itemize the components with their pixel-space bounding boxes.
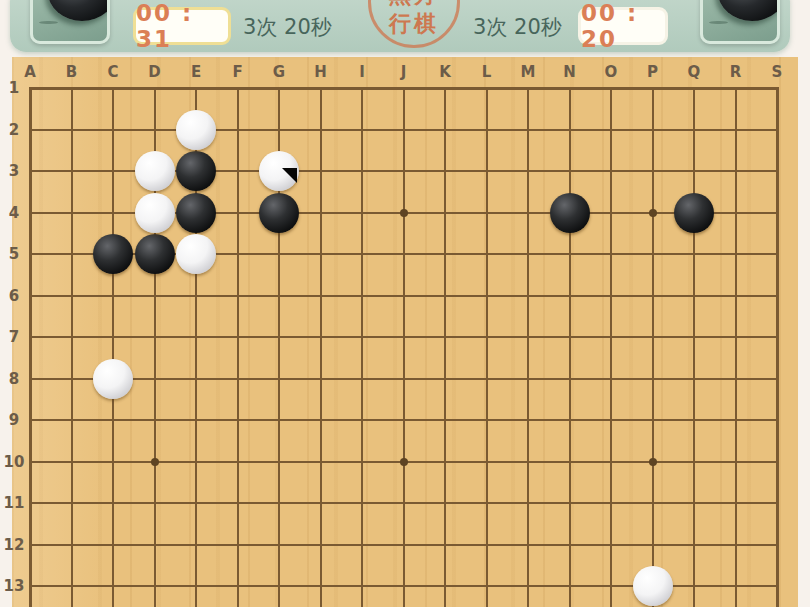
- left-byoyomi-label: 3次 20秒: [243, 13, 332, 41]
- col-label-H: H: [314, 63, 327, 81]
- grid-vline-K: [444, 88, 446, 607]
- row-label-11: 11: [0, 494, 29, 512]
- grid-vline-P: [652, 88, 654, 607]
- col-label-I: I: [359, 63, 365, 81]
- row-label-7: 7: [0, 328, 29, 346]
- col-label-Q: Q: [688, 63, 701, 81]
- grid-hline-7: [29, 336, 779, 338]
- star-point-J10: [400, 458, 408, 466]
- col-label-C: C: [107, 63, 118, 81]
- player-info-bar: 00 : 31 3次 20秒 黑方 行棋 3次 20秒 00 : 20: [10, 0, 790, 52]
- grid-hline-2: [29, 129, 779, 131]
- row-label-2: 2: [0, 121, 29, 139]
- grid-vline-C: [112, 88, 114, 607]
- star-point-D10: [151, 458, 159, 466]
- row-label-13: 13: [0, 577, 29, 595]
- grid-vline-I: [361, 88, 363, 607]
- col-label-M: M: [521, 63, 536, 81]
- grid-vline-B: [71, 88, 73, 607]
- grid-vline-H: [320, 88, 322, 607]
- star-point-P4: [649, 209, 657, 217]
- star-point-J4: [400, 209, 408, 217]
- last-move-marker: [282, 168, 297, 183]
- turn-stamp: 黑方 行棋: [368, 0, 460, 48]
- stone-black-D5: [135, 234, 175, 274]
- col-label-D: D: [148, 63, 160, 81]
- grid-hline-1: [29, 87, 779, 90]
- stone-white-D3: [135, 151, 175, 191]
- col-label-K: K: [439, 63, 451, 81]
- stone-black-E3: [176, 151, 216, 191]
- grid-vline-S: [776, 88, 779, 607]
- stone-shadow: [39, 21, 58, 25]
- stone-black-Q4: [674, 193, 714, 233]
- grid-hline-12: [29, 544, 779, 546]
- col-label-B: B: [66, 63, 77, 81]
- grid-hline-8: [29, 378, 779, 380]
- row-label-12: 12: [0, 536, 29, 554]
- go-board[interactable]: ABCDEFGHIJKLMNOPQRS12345678910111213: [12, 57, 798, 607]
- grid-vline-J: [403, 88, 405, 607]
- star-point-P10: [649, 458, 657, 466]
- black-stone-icon: [718, 0, 780, 21]
- stone-shadow: [709, 21, 728, 25]
- col-label-O: O: [605, 63, 618, 81]
- row-label-5: 5: [0, 245, 29, 263]
- stone-white-D4: [135, 193, 175, 233]
- grid-vline-L: [486, 88, 488, 607]
- grid-vline-R: [735, 88, 737, 607]
- row-label-10: 10: [0, 453, 29, 471]
- row-label-6: 6: [0, 287, 29, 305]
- grid-vline-O: [610, 88, 612, 607]
- stone-white-G3: [259, 151, 299, 191]
- grid-hline-11: [29, 502, 779, 504]
- stone-white-E2: [176, 110, 216, 150]
- black-stone-icon: [48, 0, 110, 21]
- col-label-N: N: [563, 63, 576, 81]
- stone-white-P13: [633, 566, 673, 606]
- grid-vline-F: [237, 88, 239, 607]
- row-label-4: 4: [0, 204, 29, 222]
- stone-black-N4: [550, 193, 590, 233]
- grid-vline-Q: [693, 88, 695, 607]
- grid-vline-N: [569, 88, 571, 607]
- col-label-E: E: [191, 63, 201, 81]
- right-player-avatar[interactable]: [700, 0, 780, 44]
- grid-vline-M: [527, 88, 529, 607]
- grid-hline-6: [29, 295, 779, 297]
- col-label-L: L: [482, 63, 492, 81]
- grid-hline-9: [29, 419, 779, 421]
- col-label-R: R: [730, 63, 742, 81]
- stamp-line-2: 行棋: [371, 9, 457, 39]
- stone-white-C8: [93, 359, 133, 399]
- stone-black-C5: [93, 234, 133, 274]
- col-label-G: G: [273, 63, 285, 81]
- col-label-J: J: [401, 63, 407, 81]
- col-label-S: S: [772, 63, 783, 81]
- stone-black-G4: [259, 193, 299, 233]
- row-label-8: 8: [0, 370, 29, 388]
- row-label-9: 9: [0, 411, 29, 429]
- col-label-F: F: [232, 63, 242, 81]
- stone-white-E5: [176, 234, 216, 274]
- right-player-timer: 00 : 20: [578, 7, 668, 45]
- left-player-timer: 00 : 31: [133, 7, 231, 45]
- row-label-1: 1: [0, 79, 29, 97]
- right-byoyomi-label: 3次 20秒: [473, 13, 562, 41]
- col-label-P: P: [647, 63, 658, 81]
- left-player-avatar[interactable]: [30, 0, 110, 44]
- stone-black-E4: [176, 193, 216, 233]
- row-label-3: 3: [0, 162, 29, 180]
